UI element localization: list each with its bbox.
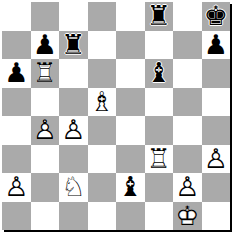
piece-white-pawn[interactable]: ♙: [59, 116, 88, 145]
square-g2[interactable]: ♙: [173, 173, 202, 202]
square-e7[interactable]: [116, 31, 145, 60]
square-f3[interactable]: ♖: [145, 145, 174, 174]
square-g3[interactable]: [173, 145, 202, 174]
square-d1[interactable]: [88, 202, 117, 231]
square-f4[interactable]: [145, 116, 174, 145]
square-c6[interactable]: [59, 59, 88, 88]
piece-white-bishop[interactable]: ♗: [88, 88, 117, 117]
piece-black-king[interactable]: ♚: [202, 2, 231, 31]
square-h7[interactable]: ♟: [202, 31, 231, 60]
square-d8[interactable]: [88, 2, 117, 31]
square-a5[interactable]: [2, 88, 31, 117]
piece-white-king[interactable]: ♔: [173, 202, 202, 231]
square-f7[interactable]: [145, 31, 174, 60]
square-f2[interactable]: [145, 173, 174, 202]
square-d3[interactable]: [88, 145, 117, 174]
chess-board: ♜♚♟♜♟♟♖♝♗♙♙♖♙♙♘♝♙♔: [2, 2, 230, 230]
square-g5[interactable]: [173, 88, 202, 117]
square-e4[interactable]: [116, 116, 145, 145]
square-h6[interactable]: [202, 59, 231, 88]
square-e2[interactable]: ♝: [116, 173, 145, 202]
piece-white-rook[interactable]: ♖: [145, 145, 174, 174]
square-f6[interactable]: ♝: [145, 59, 174, 88]
piece-white-pawn[interactable]: ♙: [2, 173, 31, 202]
square-b7[interactable]: ♟: [31, 31, 60, 60]
square-e8[interactable]: [116, 2, 145, 31]
square-c2[interactable]: ♘: [59, 173, 88, 202]
square-h1[interactable]: [202, 202, 231, 231]
piece-white-pawn[interactable]: ♙: [173, 173, 202, 202]
piece-black-pawn[interactable]: ♟: [202, 31, 231, 60]
square-c1[interactable]: [59, 202, 88, 231]
square-c3[interactable]: [59, 145, 88, 174]
square-h2[interactable]: [202, 173, 231, 202]
square-e6[interactable]: [116, 59, 145, 88]
square-a3[interactable]: [2, 145, 31, 174]
square-g4[interactable]: [173, 116, 202, 145]
piece-black-rook[interactable]: ♜: [59, 31, 88, 60]
square-h4[interactable]: [202, 116, 231, 145]
square-d4[interactable]: [88, 116, 117, 145]
square-f1[interactable]: [145, 202, 174, 231]
square-a4[interactable]: [2, 116, 31, 145]
square-e3[interactable]: [116, 145, 145, 174]
square-a8[interactable]: [2, 2, 31, 31]
square-b4[interactable]: ♙: [31, 116, 60, 145]
square-a2[interactable]: ♙: [2, 173, 31, 202]
square-g6[interactable]: [173, 59, 202, 88]
square-d5[interactable]: ♗: [88, 88, 117, 117]
square-f8[interactable]: ♜: [145, 2, 174, 31]
square-c8[interactable]: [59, 2, 88, 31]
square-c4[interactable]: ♙: [59, 116, 88, 145]
square-g1[interactable]: ♔: [173, 202, 202, 231]
square-a1[interactable]: [2, 202, 31, 231]
square-e1[interactable]: [116, 202, 145, 231]
square-f5[interactable]: [145, 88, 174, 117]
piece-black-rook[interactable]: ♜: [145, 2, 174, 31]
square-d7[interactable]: [88, 31, 117, 60]
square-g8[interactable]: [173, 2, 202, 31]
piece-black-pawn[interactable]: ♟: [31, 31, 60, 60]
square-b1[interactable]: [31, 202, 60, 231]
square-b2[interactable]: [31, 173, 60, 202]
square-c7[interactable]: ♜: [59, 31, 88, 60]
square-b6[interactable]: ♖: [31, 59, 60, 88]
piece-black-bishop[interactable]: ♝: [145, 59, 174, 88]
piece-white-pawn[interactable]: ♙: [31, 116, 60, 145]
square-b5[interactable]: [31, 88, 60, 117]
square-a6[interactable]: ♟: [2, 59, 31, 88]
piece-black-bishop[interactable]: ♝: [116, 173, 145, 202]
square-b8[interactable]: [31, 2, 60, 31]
square-h8[interactable]: ♚: [202, 2, 231, 31]
piece-white-knight[interactable]: ♘: [59, 173, 88, 202]
square-c5[interactable]: [59, 88, 88, 117]
piece-white-rook[interactable]: ♖: [31, 59, 60, 88]
square-g7[interactable]: [173, 31, 202, 60]
square-h3[interactable]: ♙: [202, 145, 231, 174]
piece-white-pawn[interactable]: ♙: [202, 145, 231, 174]
square-d2[interactable]: [88, 173, 117, 202]
square-e5[interactable]: [116, 88, 145, 117]
square-d6[interactable]: [88, 59, 117, 88]
square-b3[interactable]: [31, 145, 60, 174]
square-a7[interactable]: [2, 31, 31, 60]
piece-black-pawn[interactable]: ♟: [2, 59, 31, 88]
square-h5[interactable]: [202, 88, 231, 117]
